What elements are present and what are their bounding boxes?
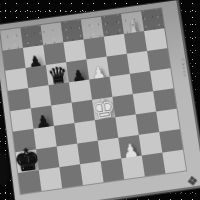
square-c1 [59, 164, 82, 188]
board-grid: ♝♟♛♟♟♟♚♚♟ [0, 8, 186, 193]
diamond-ornament-icon: ❖ [186, 174, 199, 188]
square-b1 [39, 167, 62, 191]
square-d1 [80, 161, 104, 185]
square-h1 [162, 150, 186, 174]
square-a1 [18, 170, 41, 194]
off-board-piece-shadow [0, 152, 9, 186]
chess-board: ♝♟♛♟♟♟♚♚♟ Chess ❖ [0, 0, 200, 200]
square-f1 [121, 156, 145, 180]
photo-background: ♝♟♛♟♟♟♚♚♟ Chess ❖ [0, 0, 200, 200]
square-e1 [101, 158, 125, 182]
